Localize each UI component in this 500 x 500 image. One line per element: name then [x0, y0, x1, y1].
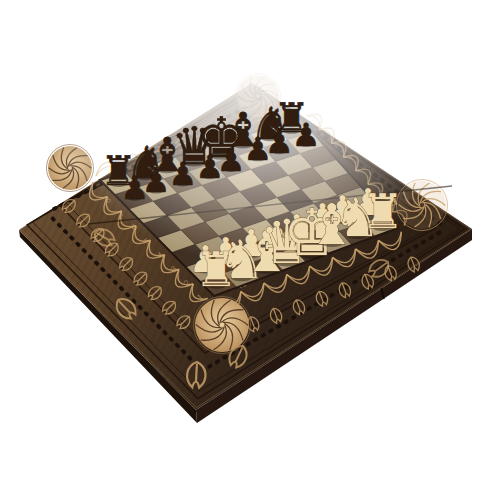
board-scene: ABCDEFGH12345678♜♞♝♛♚♝♞♜♟♟♟♟♟♟♟♟♟♟♟♟♟♟♟♟… — [0, 0, 500, 500]
piece-white-rook-h1: ♜ — [361, 184, 404, 239]
svg-text:♟: ♟ — [292, 116, 321, 154]
rosette-front-corner — [194, 297, 251, 354]
svg-text:♟: ♟ — [142, 162, 171, 200]
svg-text:♟: ♟ — [217, 141, 246, 179]
piece-black-pawn-h7: ♟ — [292, 116, 321, 154]
svg-text:♜: ♜ — [361, 184, 404, 239]
piece-black-pawn-e7: ♟ — [217, 141, 246, 179]
svg-text:♟: ♟ — [265, 123, 294, 161]
piece-black-pawn-b7: ♟ — [142, 162, 171, 200]
svg-text:♟: ♟ — [169, 155, 198, 193]
piece-black-pawn-g7: ♟ — [265, 123, 294, 161]
product-photo-chess-board: ABCDEFGH12345678♜♞♝♛♚♝♞♜♟♟♟♟♟♟♟♟♟♟♟♟♟♟♟♟… — [0, 0, 500, 500]
piece-black-pawn-c7: ♟ — [169, 155, 198, 193]
